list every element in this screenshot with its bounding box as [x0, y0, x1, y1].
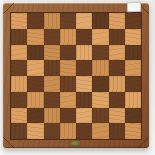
square-h2[interactable] — [125, 108, 141, 124]
square-g1[interactable] — [109, 123, 125, 139]
inventory-sticker — [127, 2, 141, 12]
square-c8[interactable] — [44, 13, 60, 29]
square-c5[interactable] — [44, 60, 60, 76]
square-b7[interactable] — [27, 29, 43, 45]
square-f3[interactable] — [92, 92, 108, 108]
square-h7[interactable] — [125, 29, 141, 45]
square-b3[interactable] — [27, 92, 43, 108]
square-e5[interactable] — [76, 60, 92, 76]
square-c3[interactable] — [44, 92, 60, 108]
square-e6[interactable] — [76, 45, 92, 61]
square-d2[interactable] — [60, 108, 76, 124]
square-f5[interactable] — [92, 60, 108, 76]
square-d8[interactable] — [60, 13, 76, 29]
chessboard-photo — [0, 0, 155, 155]
square-g7[interactable] — [109, 29, 125, 45]
square-g5[interactable] — [109, 60, 125, 76]
square-b5[interactable] — [27, 60, 43, 76]
square-f8[interactable] — [92, 13, 108, 29]
square-b8[interactable] — [27, 13, 43, 29]
square-g3[interactable] — [109, 92, 125, 108]
square-c4[interactable] — [44, 76, 60, 92]
square-h3[interactable] — [125, 92, 141, 108]
square-b6[interactable] — [27, 45, 43, 61]
square-g6[interactable] — [109, 45, 125, 61]
square-g4[interactable] — [109, 76, 125, 92]
square-c2[interactable] — [44, 108, 60, 124]
square-a3[interactable] — [11, 92, 27, 108]
square-a6[interactable] — [11, 45, 27, 61]
square-c6[interactable] — [44, 45, 60, 61]
square-g8[interactable] — [109, 13, 125, 29]
square-f4[interactable] — [92, 76, 108, 92]
square-h8[interactable] — [125, 13, 141, 29]
square-f6[interactable] — [92, 45, 108, 61]
square-f2[interactable] — [92, 108, 108, 124]
square-e1[interactable] — [76, 123, 92, 139]
square-f7[interactable] — [92, 29, 108, 45]
square-d5[interactable] — [60, 60, 76, 76]
square-f1[interactable] — [92, 123, 108, 139]
square-a4[interactable] — [11, 76, 27, 92]
square-e4[interactable] — [76, 76, 92, 92]
square-d7[interactable] — [60, 29, 76, 45]
square-a7[interactable] — [11, 29, 27, 45]
square-e2[interactable] — [76, 108, 92, 124]
square-e7[interactable] — [76, 29, 92, 45]
square-a1[interactable] — [11, 123, 27, 139]
square-d6[interactable] — [60, 45, 76, 61]
square-d3[interactable] — [60, 92, 76, 108]
square-e8[interactable] — [76, 13, 92, 29]
square-g2[interactable] — [109, 108, 125, 124]
square-d4[interactable] — [60, 76, 76, 92]
square-c7[interactable] — [44, 29, 60, 45]
square-h5[interactable] — [125, 60, 141, 76]
square-d1[interactable] — [60, 123, 76, 139]
square-a8[interactable] — [11, 13, 27, 29]
square-c1[interactable] — [44, 123, 60, 139]
square-b2[interactable] — [27, 108, 43, 124]
square-a5[interactable] — [11, 60, 27, 76]
square-a2[interactable] — [11, 108, 27, 124]
board-frame — [3, 3, 149, 148]
square-h6[interactable] — [125, 45, 141, 61]
square-h4[interactable] — [125, 76, 141, 92]
square-e3[interactable] — [76, 92, 92, 108]
chess-board — [10, 12, 142, 140]
square-h1[interactable] — [125, 123, 141, 139]
square-b1[interactable] — [27, 123, 43, 139]
square-b4[interactable] — [27, 76, 43, 92]
maker-plaque-icon — [70, 141, 81, 146]
